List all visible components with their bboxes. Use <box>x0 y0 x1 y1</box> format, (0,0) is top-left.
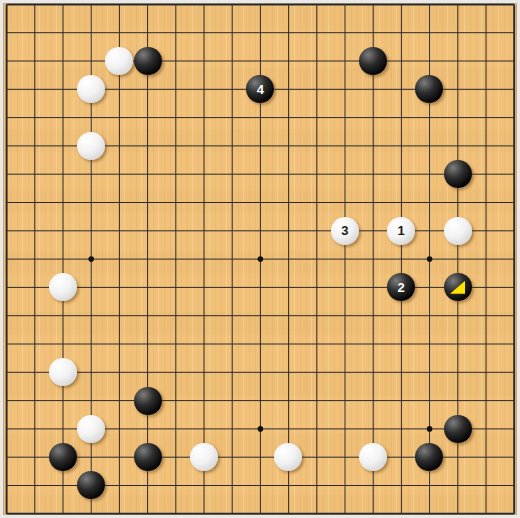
board-cell[interactable] <box>77 358 105 386</box>
board-cell[interactable] <box>246 0 274 19</box>
board-cell[interactable] <box>415 386 443 414</box>
board-cell[interactable] <box>218 471 246 499</box>
board-cell[interactable] <box>77 132 105 160</box>
board-cell[interactable] <box>246 273 274 301</box>
board-cell[interactable] <box>359 415 387 443</box>
board-cell[interactable] <box>303 75 331 103</box>
board-cell[interactable] <box>415 415 443 443</box>
board-cell[interactable] <box>246 132 274 160</box>
board-cell[interactable] <box>162 160 190 188</box>
board-cell[interactable] <box>0 500 21 518</box>
board-cell[interactable] <box>331 330 359 358</box>
board-cell[interactable] <box>21 75 49 103</box>
board-cell[interactable] <box>387 103 415 131</box>
board-cell[interactable] <box>105 330 133 358</box>
board-cell[interactable] <box>303 47 331 75</box>
board-cell[interactable] <box>77 188 105 216</box>
board-cell[interactable] <box>105 188 133 216</box>
board-cell[interactable] <box>359 19 387 47</box>
board-cell[interactable] <box>218 500 246 518</box>
board-cell[interactable] <box>472 330 500 358</box>
board-cell[interactable] <box>303 217 331 245</box>
board-cell[interactable] <box>21 132 49 160</box>
board-cell[interactable] <box>303 443 331 471</box>
board-cell[interactable] <box>218 217 246 245</box>
board-cell[interactable] <box>331 132 359 160</box>
board-cell[interactable] <box>0 471 21 499</box>
board-cell[interactable] <box>105 302 133 330</box>
board-cell[interactable] <box>500 358 520 386</box>
board-cell[interactable] <box>190 500 218 518</box>
board-cell[interactable] <box>444 500 472 518</box>
board-cell[interactable] <box>303 273 331 301</box>
board-cell[interactable] <box>359 160 387 188</box>
board-cell[interactable] <box>49 19 77 47</box>
board-cell[interactable] <box>274 217 302 245</box>
board-cell[interactable] <box>444 330 472 358</box>
board-cell[interactable] <box>387 19 415 47</box>
board-cell[interactable] <box>21 160 49 188</box>
board-cell[interactable] <box>21 245 49 273</box>
board-cell[interactable] <box>387 443 415 471</box>
board-cell[interactable] <box>162 245 190 273</box>
board-cell[interactable] <box>162 330 190 358</box>
board-cell[interactable] <box>133 160 161 188</box>
board-cell[interactable] <box>415 132 443 160</box>
board-cell[interactable] <box>133 19 161 47</box>
board-cell[interactable] <box>133 217 161 245</box>
board-cell[interactable] <box>21 415 49 443</box>
board-cell[interactable] <box>274 188 302 216</box>
board-cell[interactable] <box>105 273 133 301</box>
board-cell[interactable] <box>77 302 105 330</box>
board-cell[interactable] <box>77 500 105 518</box>
board-cell[interactable] <box>77 0 105 19</box>
board-cell[interactable] <box>444 415 472 443</box>
board-cell[interactable] <box>21 443 49 471</box>
board-cell[interactable] <box>472 132 500 160</box>
board-cell[interactable] <box>303 302 331 330</box>
board-cell[interactable] <box>274 75 302 103</box>
board-cell[interactable] <box>500 19 520 47</box>
board-cell[interactable] <box>77 103 105 131</box>
board-cell[interactable] <box>21 358 49 386</box>
board-cell[interactable] <box>359 302 387 330</box>
board-cell[interactable] <box>190 358 218 386</box>
board-cell[interactable] <box>387 132 415 160</box>
board-cell[interactable] <box>190 415 218 443</box>
board-cell[interactable] <box>77 47 105 75</box>
board-cell[interactable] <box>218 19 246 47</box>
board-cell[interactable] <box>162 217 190 245</box>
board-cell[interactable] <box>444 75 472 103</box>
board-cell[interactable] <box>21 273 49 301</box>
board-cell[interactable] <box>415 103 443 131</box>
board-cell[interactable] <box>415 358 443 386</box>
board-cell[interactable] <box>387 471 415 499</box>
board-cell[interactable] <box>500 386 520 414</box>
board-cell[interactable] <box>105 103 133 131</box>
board-cell[interactable] <box>274 273 302 301</box>
board-cell[interactable] <box>0 330 21 358</box>
board-cell[interactable] <box>190 47 218 75</box>
board-cell[interactable] <box>246 217 274 245</box>
board-cell[interactable] <box>303 358 331 386</box>
board-cell[interactable] <box>133 245 161 273</box>
board-cell[interactable] <box>0 245 21 273</box>
board-cell[interactable] <box>162 75 190 103</box>
board-cell[interactable] <box>0 0 21 19</box>
board-cell[interactable] <box>49 415 77 443</box>
board-cell[interactable] <box>303 19 331 47</box>
board-cell[interactable] <box>444 160 472 188</box>
board-cell[interactable] <box>331 443 359 471</box>
board-cell[interactable] <box>472 471 500 499</box>
board-cell[interactable] <box>105 160 133 188</box>
board-cell[interactable] <box>77 415 105 443</box>
board-cell[interactable] <box>444 443 472 471</box>
board-cell[interactable] <box>49 500 77 518</box>
board-cell[interactable] <box>444 103 472 131</box>
board-cell[interactable] <box>77 330 105 358</box>
board-cell[interactable] <box>162 415 190 443</box>
board-cell[interactable] <box>162 103 190 131</box>
board-cell[interactable] <box>415 217 443 245</box>
board-cell[interactable] <box>162 132 190 160</box>
board-cell[interactable] <box>77 217 105 245</box>
board-cell[interactable] <box>133 132 161 160</box>
board-cell[interactable] <box>49 0 77 19</box>
board-cell[interactable] <box>49 330 77 358</box>
board-cell[interactable] <box>246 386 274 414</box>
board-cell[interactable] <box>500 443 520 471</box>
board-cell[interactable] <box>218 245 246 273</box>
board-cell[interactable] <box>21 47 49 75</box>
board-cell[interactable] <box>500 273 520 301</box>
board-cell[interactable] <box>246 19 274 47</box>
board-cell[interactable] <box>162 358 190 386</box>
board-cell[interactable] <box>0 47 21 75</box>
board-cell[interactable] <box>105 217 133 245</box>
board-cell[interactable] <box>415 330 443 358</box>
board-cell[interactable] <box>500 471 520 499</box>
board-cell[interactable] <box>218 103 246 131</box>
board-cell[interactable] <box>133 302 161 330</box>
board-cell[interactable] <box>246 330 274 358</box>
board-cell[interactable] <box>415 443 443 471</box>
board-cell[interactable] <box>274 160 302 188</box>
board-cell[interactable] <box>105 386 133 414</box>
board-cell[interactable] <box>274 330 302 358</box>
board-cell[interactable] <box>387 245 415 273</box>
board-cell[interactable] <box>77 386 105 414</box>
board-cell[interactable] <box>472 103 500 131</box>
board-cell[interactable] <box>415 302 443 330</box>
board-cell[interactable] <box>331 245 359 273</box>
board-cell[interactable] <box>274 358 302 386</box>
board-cell[interactable] <box>500 132 520 160</box>
board-cell[interactable] <box>331 471 359 499</box>
board-cell[interactable] <box>105 132 133 160</box>
board-cell[interactable] <box>472 19 500 47</box>
board-cell[interactable] <box>359 75 387 103</box>
board-cell[interactable] <box>274 386 302 414</box>
board-cell[interactable] <box>218 0 246 19</box>
board-cell[interactable] <box>162 0 190 19</box>
board-cell[interactable] <box>21 500 49 518</box>
board-cell[interactable] <box>105 471 133 499</box>
board-cell[interactable] <box>0 75 21 103</box>
board-cell[interactable] <box>303 188 331 216</box>
board-cell[interactable] <box>49 75 77 103</box>
board-cell[interactable] <box>331 160 359 188</box>
board-cell[interactable] <box>359 0 387 19</box>
board-cell[interactable] <box>500 0 520 19</box>
board-cell[interactable] <box>133 500 161 518</box>
board-cell[interactable] <box>105 500 133 518</box>
board-cell[interactable]: 3 <box>331 217 359 245</box>
board-cell[interactable] <box>218 273 246 301</box>
board-cell[interactable] <box>387 0 415 19</box>
board-cell[interactable]: 4 <box>246 75 274 103</box>
board-cell[interactable] <box>49 443 77 471</box>
board-cell[interactable] <box>303 0 331 19</box>
board-cell[interactable] <box>274 415 302 443</box>
board-cell[interactable] <box>246 500 274 518</box>
board-cell[interactable] <box>0 217 21 245</box>
board-cell[interactable] <box>49 386 77 414</box>
board-cell[interactable] <box>331 386 359 414</box>
board-cell[interactable] <box>274 500 302 518</box>
board-cell[interactable] <box>444 0 472 19</box>
board-cell[interactable] <box>444 217 472 245</box>
board-cell[interactable] <box>331 75 359 103</box>
board-cell[interactable] <box>472 302 500 330</box>
board-cell[interactable] <box>105 0 133 19</box>
board-cell[interactable] <box>472 245 500 273</box>
board-cell[interactable] <box>387 75 415 103</box>
board-cell[interactable] <box>303 500 331 518</box>
board-cell[interactable] <box>415 19 443 47</box>
board-cell[interactable] <box>49 471 77 499</box>
board-cell[interactable] <box>0 273 21 301</box>
board-cell[interactable] <box>77 160 105 188</box>
board-cell[interactable] <box>472 415 500 443</box>
board-cell[interactable] <box>190 217 218 245</box>
board-cell[interactable] <box>246 245 274 273</box>
board-cell[interactable] <box>359 273 387 301</box>
board-cell[interactable] <box>105 358 133 386</box>
board-cell[interactable] <box>21 330 49 358</box>
board-cell[interactable] <box>49 160 77 188</box>
board-cell[interactable] <box>190 386 218 414</box>
board-cell[interactable] <box>500 75 520 103</box>
board-cell[interactable] <box>133 358 161 386</box>
board-cell[interactable] <box>190 75 218 103</box>
board-cell[interactable] <box>105 245 133 273</box>
board-cell[interactable] <box>331 415 359 443</box>
board-cell[interactable] <box>246 443 274 471</box>
board-cell[interactable] <box>105 19 133 47</box>
board-cell[interactable] <box>49 103 77 131</box>
board-cell[interactable] <box>303 386 331 414</box>
board-cell[interactable] <box>77 75 105 103</box>
board-cell[interactable] <box>21 0 49 19</box>
board-cell[interactable] <box>274 443 302 471</box>
board-cell[interactable] <box>162 273 190 301</box>
board-cell[interactable] <box>387 47 415 75</box>
board-cell[interactable] <box>133 415 161 443</box>
board-cell[interactable] <box>133 471 161 499</box>
board-cell[interactable] <box>274 0 302 19</box>
board-cell[interactable] <box>500 302 520 330</box>
board-cell[interactable] <box>246 358 274 386</box>
board-cell[interactable] <box>444 245 472 273</box>
board-cell[interactable] <box>500 245 520 273</box>
board-cell[interactable] <box>21 103 49 131</box>
board-cell[interactable] <box>0 302 21 330</box>
board-cell[interactable] <box>218 132 246 160</box>
board-cell[interactable] <box>190 330 218 358</box>
board-cell[interactable] <box>77 273 105 301</box>
board-cell[interactable] <box>415 160 443 188</box>
board-cell[interactable] <box>303 132 331 160</box>
board-cell[interactable] <box>49 273 77 301</box>
board-cell[interactable] <box>49 302 77 330</box>
board-cell[interactable] <box>246 471 274 499</box>
board-cell[interactable] <box>444 19 472 47</box>
board-cell[interactable] <box>387 188 415 216</box>
board-cell[interactable] <box>218 302 246 330</box>
board-cell[interactable] <box>415 0 443 19</box>
board-cell[interactable] <box>0 160 21 188</box>
board-cell[interactable] <box>49 358 77 386</box>
board-cell[interactable] <box>77 245 105 273</box>
board-cell[interactable] <box>49 245 77 273</box>
board-cell[interactable] <box>472 500 500 518</box>
board-cell[interactable] <box>218 358 246 386</box>
board-cell[interactable] <box>133 273 161 301</box>
board-cell[interactable] <box>472 47 500 75</box>
board-cell[interactable] <box>359 47 387 75</box>
board-cell[interactable] <box>303 330 331 358</box>
board-cell[interactable] <box>218 188 246 216</box>
board-cell[interactable] <box>444 471 472 499</box>
board-cell[interactable] <box>162 47 190 75</box>
board-cell[interactable] <box>190 0 218 19</box>
board-cell[interactable] <box>331 273 359 301</box>
board-cell[interactable] <box>444 273 472 301</box>
board-cell[interactable] <box>472 75 500 103</box>
board-cell[interactable] <box>133 103 161 131</box>
board-cell[interactable] <box>133 47 161 75</box>
board-cell[interactable] <box>444 132 472 160</box>
board-cell[interactable] <box>415 471 443 499</box>
board-cell[interactable] <box>0 443 21 471</box>
board-cell[interactable] <box>21 302 49 330</box>
board-cell[interactable] <box>387 330 415 358</box>
board-cell[interactable] <box>444 302 472 330</box>
board-cell[interactable] <box>190 188 218 216</box>
board-cell[interactable] <box>162 188 190 216</box>
board-cell[interactable] <box>274 47 302 75</box>
board-cell[interactable] <box>77 471 105 499</box>
board-cell[interactable] <box>218 160 246 188</box>
board-cell[interactable] <box>359 188 387 216</box>
board-cell[interactable] <box>359 132 387 160</box>
board-cell[interactable] <box>133 386 161 414</box>
board-cell[interactable] <box>0 358 21 386</box>
board-cell[interactable] <box>190 245 218 273</box>
board-cell[interactable] <box>331 500 359 518</box>
board-cell[interactable] <box>472 443 500 471</box>
board-cell[interactable] <box>331 19 359 47</box>
board-cell[interactable] <box>162 443 190 471</box>
board-cell[interactable] <box>500 217 520 245</box>
board-cell[interactable] <box>415 47 443 75</box>
board-cell[interactable] <box>500 500 520 518</box>
board-cell[interactable] <box>21 19 49 47</box>
board-cell[interactable] <box>500 47 520 75</box>
board-cell[interactable] <box>359 471 387 499</box>
board-cell[interactable] <box>190 471 218 499</box>
board-cell[interactable] <box>500 188 520 216</box>
board-cell[interactable] <box>218 330 246 358</box>
board-cell[interactable] <box>246 103 274 131</box>
board-cell[interactable] <box>331 103 359 131</box>
board-cell[interactable] <box>359 500 387 518</box>
board-cell[interactable] <box>387 500 415 518</box>
board-cell[interactable] <box>218 415 246 443</box>
board-cell[interactable] <box>303 160 331 188</box>
board-cell[interactable] <box>162 19 190 47</box>
board-cell[interactable] <box>359 443 387 471</box>
board-cell[interactable] <box>21 188 49 216</box>
board-cell[interactable] <box>303 245 331 273</box>
board-cell[interactable] <box>49 217 77 245</box>
board-cell[interactable] <box>415 245 443 273</box>
board-cell[interactable] <box>331 188 359 216</box>
board-cell[interactable] <box>218 75 246 103</box>
board-cell[interactable] <box>0 386 21 414</box>
board-cell[interactable] <box>415 188 443 216</box>
board-cell[interactable] <box>133 75 161 103</box>
board-cell[interactable] <box>190 302 218 330</box>
board-cell[interactable] <box>387 386 415 414</box>
board-cell[interactable] <box>331 302 359 330</box>
board-cell[interactable] <box>105 75 133 103</box>
board-cell[interactable] <box>246 302 274 330</box>
board-cell[interactable] <box>218 47 246 75</box>
board-cell[interactable] <box>472 386 500 414</box>
board-cell[interactable] <box>105 415 133 443</box>
board-cell[interactable] <box>274 19 302 47</box>
board-cell[interactable]: 2 <box>387 273 415 301</box>
board-cell[interactable] <box>0 415 21 443</box>
board-cell[interactable] <box>472 160 500 188</box>
board-cell[interactable] <box>359 245 387 273</box>
board-cell[interactable] <box>472 273 500 301</box>
board-cell[interactable] <box>359 358 387 386</box>
board-cell[interactable] <box>444 386 472 414</box>
board-cell[interactable] <box>21 217 49 245</box>
board-cell[interactable] <box>303 103 331 131</box>
board-cell[interactable] <box>472 0 500 19</box>
board-cell[interactable] <box>500 330 520 358</box>
board-cell[interactable] <box>415 75 443 103</box>
board-cell[interactable] <box>331 47 359 75</box>
board-cell[interactable] <box>274 103 302 131</box>
